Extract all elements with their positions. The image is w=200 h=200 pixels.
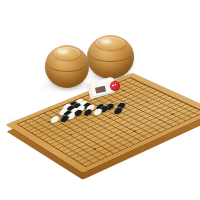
star-point (171, 113, 174, 114)
card-print-graphic (95, 86, 106, 94)
white-stone: ● (48, 113, 62, 126)
star-point (146, 101, 149, 102)
go-set-product-photo: ●●●●●●●●●●●●●●●●●●●●●●● (0, 0, 200, 200)
stone-bowl-left (45, 45, 89, 88)
stone-bowl-right (87, 35, 134, 79)
red-dot-sticker (110, 81, 120, 91)
star-point (93, 148, 96, 150)
star-point (133, 130, 136, 132)
star-point (69, 134, 72, 136)
star-point (108, 117, 111, 118)
bowl-highlight (57, 49, 68, 53)
bowl-highlight (100, 39, 111, 43)
star-point (122, 90, 125, 91)
